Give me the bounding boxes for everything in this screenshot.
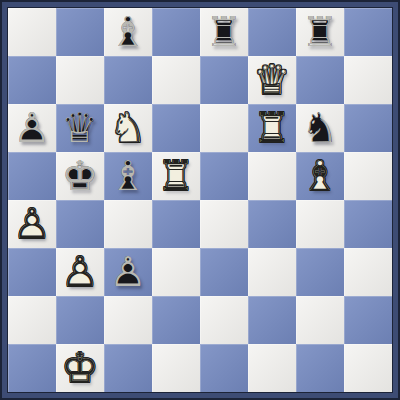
square-b6[interactable]: ♛♕ [56, 104, 104, 152]
bishop-glyph-fill: ♝ [104, 8, 152, 56]
queen-glyph-detail: ♕ [248, 56, 296, 104]
bishop-glyph-detail: ♗ [104, 152, 152, 200]
knight-glyph-detail: ♘ [296, 104, 344, 152]
square-g7[interactable] [296, 56, 344, 104]
square-f7[interactable]: ♛♕ [248, 56, 296, 104]
rook-glyph-fill: ♜ [152, 152, 200, 200]
pawn-glyph-fill: ♟ [8, 104, 56, 152]
square-c3[interactable]: ♟♙ [104, 248, 152, 296]
pawn-glyph-detail: ♙ [56, 248, 104, 296]
pawn-glyph-fill: ♟ [104, 248, 152, 296]
square-f8[interactable] [248, 8, 296, 56]
pawn-glyph-detail: ♙ [8, 200, 56, 248]
square-b4[interactable] [56, 200, 104, 248]
square-f4[interactable] [248, 200, 296, 248]
chess-board: ♝♗♜♖♜♖♛♕♟♙♛♕♞♘♜♖♞♘♚♔♝♗♜♖♝♗♟♙♟♙♟♙♚♔ [8, 8, 392, 392]
pawn-glyph-detail: ♙ [8, 104, 56, 152]
square-a5[interactable] [8, 152, 56, 200]
piece-white-bishop[interactable]: ♝♗ [296, 152, 344, 200]
board-frame: ♝♗♜♖♜♖♛♕♟♙♛♕♞♘♜♖♞♘♚♔♝♗♜♖♝♗♟♙♟♙♟♙♚♔ [0, 0, 400, 400]
square-h1[interactable] [344, 344, 392, 392]
piece-white-rook[interactable]: ♜♖ [248, 104, 296, 152]
square-h4[interactable] [344, 200, 392, 248]
square-f6[interactable]: ♜♖ [248, 104, 296, 152]
square-a3[interactable] [8, 248, 56, 296]
piece-black-bishop[interactable]: ♝♗ [104, 8, 152, 56]
square-f5[interactable] [248, 152, 296, 200]
square-d1[interactable] [152, 344, 200, 392]
rook-glyph-fill: ♜ [248, 104, 296, 152]
square-f1[interactable] [248, 344, 296, 392]
square-h6[interactable] [344, 104, 392, 152]
square-e3[interactable] [200, 248, 248, 296]
square-a6[interactable]: ♟♙ [8, 104, 56, 152]
square-b2[interactable] [56, 296, 104, 344]
king-glyph-detail: ♔ [56, 152, 104, 200]
king-glyph-detail: ♔ [56, 344, 104, 392]
square-a1[interactable] [8, 344, 56, 392]
square-g1[interactable] [296, 344, 344, 392]
knight-glyph-detail: ♘ [104, 104, 152, 152]
piece-black-rook[interactable]: ♜♖ [200, 8, 248, 56]
square-d6[interactable] [152, 104, 200, 152]
square-e7[interactable] [200, 56, 248, 104]
square-c8[interactable]: ♝♗ [104, 8, 152, 56]
square-b1[interactable]: ♚♔ [56, 344, 104, 392]
piece-white-pawn[interactable]: ♟♙ [56, 248, 104, 296]
knight-glyph-fill: ♞ [104, 104, 152, 152]
pawn-glyph-fill: ♟ [56, 248, 104, 296]
square-a8[interactable] [8, 8, 56, 56]
square-f2[interactable] [248, 296, 296, 344]
queen-glyph-detail: ♕ [56, 104, 104, 152]
pawn-glyph-fill: ♟ [8, 200, 56, 248]
rook-glyph-detail: ♖ [200, 8, 248, 56]
piece-black-knight[interactable]: ♞♘ [296, 104, 344, 152]
piece-black-bishop[interactable]: ♝♗ [104, 152, 152, 200]
piece-black-queen[interactable]: ♛♕ [56, 104, 104, 152]
square-g3[interactable] [296, 248, 344, 296]
square-h7[interactable] [344, 56, 392, 104]
square-h5[interactable] [344, 152, 392, 200]
rook-glyph-detail: ♖ [296, 8, 344, 56]
bishop-glyph-fill: ♝ [296, 152, 344, 200]
rook-glyph-fill: ♜ [200, 8, 248, 56]
piece-black-pawn[interactable]: ♟♙ [104, 248, 152, 296]
square-c1[interactable] [104, 344, 152, 392]
square-d5[interactable]: ♜♖ [152, 152, 200, 200]
square-e1[interactable] [200, 344, 248, 392]
square-d8[interactable] [152, 8, 200, 56]
rook-glyph-fill: ♜ [296, 8, 344, 56]
square-e8[interactable]: ♜♖ [200, 8, 248, 56]
knight-glyph-fill: ♞ [296, 104, 344, 152]
queen-glyph-fill: ♛ [56, 104, 104, 152]
square-e6[interactable] [200, 104, 248, 152]
square-b3[interactable]: ♟♙ [56, 248, 104, 296]
pawn-glyph-detail: ♙ [104, 248, 152, 296]
square-c7[interactable] [104, 56, 152, 104]
piece-black-rook[interactable]: ♜♖ [296, 8, 344, 56]
square-e5[interactable] [200, 152, 248, 200]
square-g6[interactable]: ♞♘ [296, 104, 344, 152]
king-glyph-fill: ♚ [56, 344, 104, 392]
bishop-glyph-detail: ♗ [104, 8, 152, 56]
square-h3[interactable] [344, 248, 392, 296]
square-c5[interactable]: ♝♗ [104, 152, 152, 200]
square-g4[interactable] [296, 200, 344, 248]
piece-white-rook[interactable]: ♜♖ [152, 152, 200, 200]
square-c6[interactable]: ♞♘ [104, 104, 152, 152]
square-b5[interactable]: ♚♔ [56, 152, 104, 200]
bishop-glyph-fill: ♝ [104, 152, 152, 200]
square-g2[interactable] [296, 296, 344, 344]
square-c2[interactable] [104, 296, 152, 344]
square-d7[interactable] [152, 56, 200, 104]
square-d2[interactable] [152, 296, 200, 344]
piece-white-knight[interactable]: ♞♘ [104, 104, 152, 152]
square-g8[interactable]: ♜♖ [296, 8, 344, 56]
square-a7[interactable] [8, 56, 56, 104]
square-h2[interactable] [344, 296, 392, 344]
square-e2[interactable] [200, 296, 248, 344]
square-h8[interactable] [344, 8, 392, 56]
piece-white-king[interactable]: ♚♔ [56, 344, 104, 392]
bishop-glyph-detail: ♗ [296, 152, 344, 200]
square-b7[interactable] [56, 56, 104, 104]
square-g5[interactable]: ♝♗ [296, 152, 344, 200]
rook-glyph-detail: ♖ [152, 152, 200, 200]
square-e4[interactable] [200, 200, 248, 248]
square-b8[interactable] [56, 8, 104, 56]
piece-black-pawn[interactable]: ♟♙ [8, 104, 56, 152]
square-d3[interactable] [152, 248, 200, 296]
rook-glyph-detail: ♖ [248, 104, 296, 152]
square-a4[interactable]: ♟♙ [8, 200, 56, 248]
piece-white-queen[interactable]: ♛♕ [248, 56, 296, 104]
piece-white-pawn[interactable]: ♟♙ [8, 200, 56, 248]
queen-glyph-fill: ♛ [248, 56, 296, 104]
square-a2[interactable] [8, 296, 56, 344]
piece-black-king[interactable]: ♚♔ [56, 152, 104, 200]
king-glyph-fill: ♚ [56, 152, 104, 200]
square-d4[interactable] [152, 200, 200, 248]
square-f3[interactable] [248, 248, 296, 296]
square-c4[interactable] [104, 200, 152, 248]
